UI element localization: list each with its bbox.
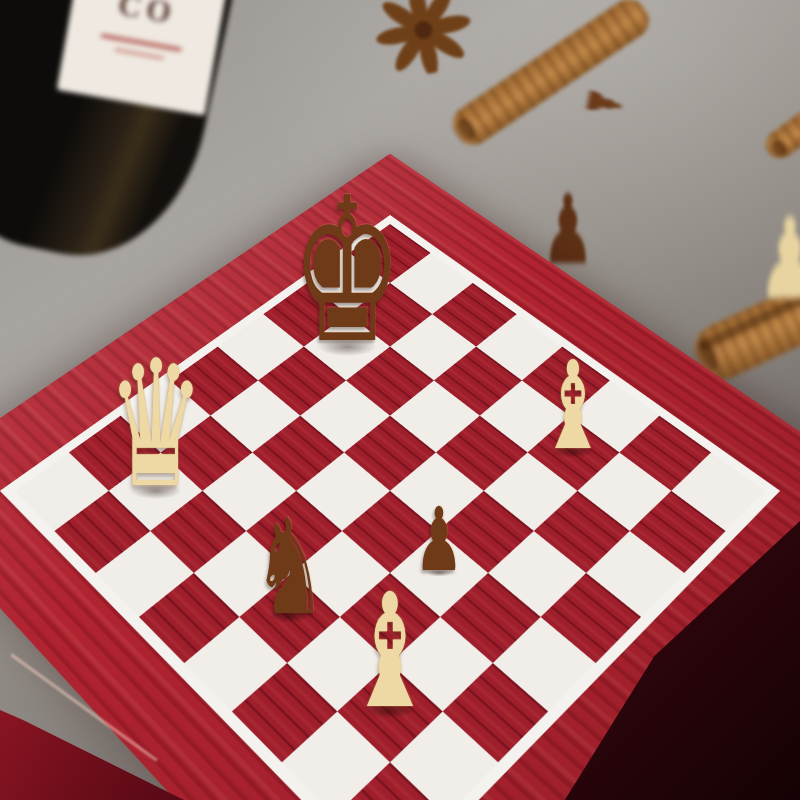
photo-canvas: CO ♟ ♟ ♟ [0, 0, 800, 800]
piece-light-pawn-table-right: ♟ [757, 203, 800, 315]
wine-bottle-label-redline [100, 34, 181, 52]
wine-bottle-label-text: CO [70, 0, 224, 40]
wine-bottle-label-redline [114, 48, 164, 60]
